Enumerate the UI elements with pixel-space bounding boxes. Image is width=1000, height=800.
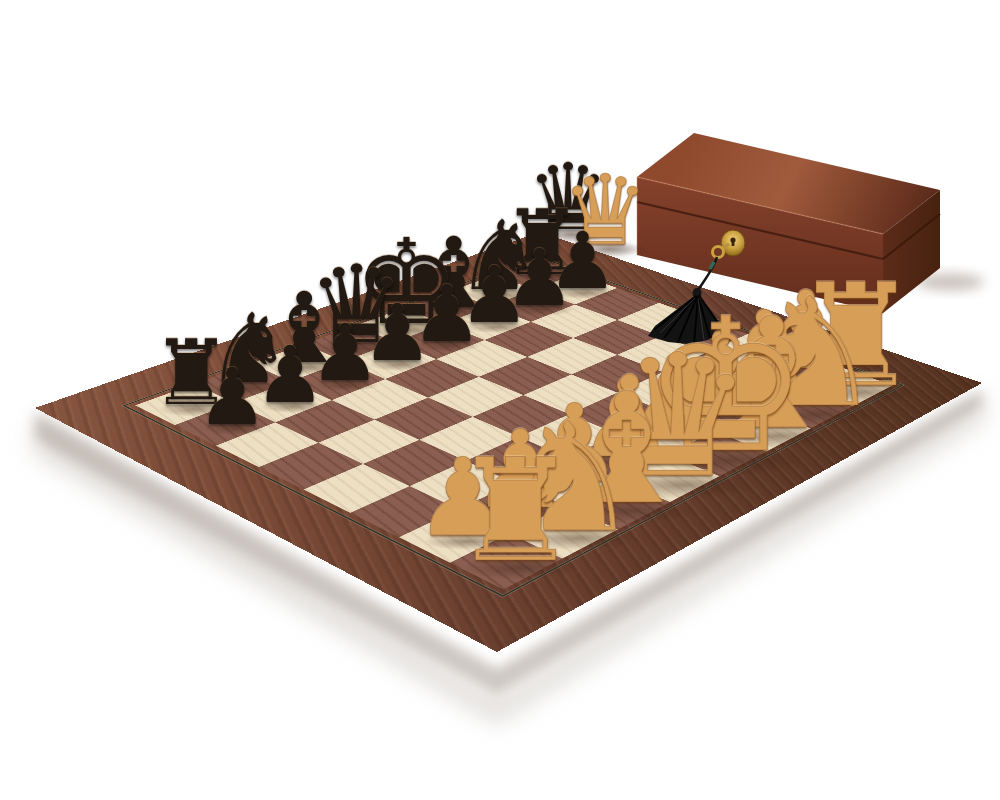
white-rook-glyph: ♜ bbox=[452, 440, 579, 582]
piece-black-pawn-a7[interactable]: ♟ bbox=[197, 358, 267, 436]
black-pawn-glyph: ♟ bbox=[197, 358, 267, 436]
pieces-layer: ♜♞♝♛♚♝♞♜♟♟♟♟♟♟♟♟♟♟♟♟♟♟♟♟♜♞♝♛♚♝♞♜♛♛ bbox=[0, 0, 1000, 800]
chess-set-photo: ♜♞♝♛♚♝♞♜♟♟♟♟♟♟♟♟♟♟♟♟♟♟♟♟♜♞♝♛♚♝♞♜♛♛ bbox=[0, 0, 1000, 800]
piece-white-rook-a1[interactable]: ♜ bbox=[452, 440, 579, 582]
